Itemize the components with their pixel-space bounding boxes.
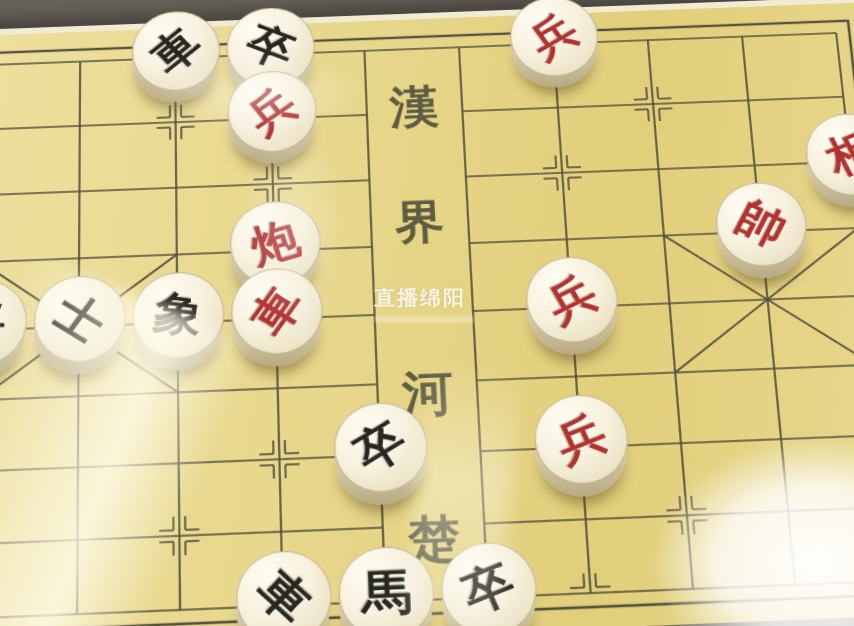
piece-face: 車 [132, 10, 221, 93]
piece-character: 士 [46, 288, 113, 350]
piece-black-soldier[interactable]: 卒 [440, 556, 538, 626]
river-character: 漢 [363, 76, 466, 139]
piece-character: 車 [248, 563, 319, 626]
piece-black-chariot[interactable]: 車 [236, 564, 331, 626]
piece-character: 帥 [730, 195, 793, 254]
piece-character: 卒 [456, 557, 522, 621]
piece-character: 兵 [539, 269, 604, 330]
piece-character: 炮 [246, 215, 305, 270]
piece-face: 車 [230, 267, 324, 356]
piece-face: 兵 [227, 69, 318, 153]
piece-character: 車 [244, 280, 311, 342]
river-character: 界 [368, 189, 472, 255]
piece-character: 馬 [361, 568, 413, 619]
piece-character: 相 [819, 126, 854, 182]
piece-character: 兵 [522, 8, 586, 65]
piece-black-horse[interactable]: 馬 [338, 560, 435, 626]
broadcast-watermark: 直播绵阳 [374, 284, 504, 323]
piece-character: 車 [143, 21, 208, 80]
piece-character: 將 [0, 299, 6, 346]
watermark-subtext-blur [374, 316, 474, 323]
piece-character: 兵 [549, 409, 614, 470]
piece-face: 象 [133, 270, 225, 359]
watermark-text: 直播绵阳 [374, 286, 466, 310]
piece-character: 卒 [347, 415, 415, 480]
piece-face: 兵 [508, 0, 601, 78]
piece-character: 象 [151, 290, 206, 341]
xiangqi-photo-scene: 漢界河楚 車卒兵兵炮車兵兵帥相士象卒車馬將卒 直播绵阳 [0, 0, 854, 626]
piece-character: 卒 [240, 20, 301, 74]
piece-character: 兵 [240, 81, 305, 141]
